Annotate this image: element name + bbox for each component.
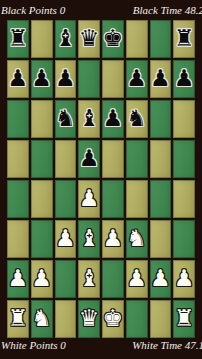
white-bishop[interactable]: ♝ — [79, 227, 100, 250]
square-b7[interactable]: ♟ — [31, 60, 53, 98]
square-d7[interactable] — [78, 60, 100, 98]
square-a8[interactable]: ♜ — [7, 20, 29, 58]
square-c2[interactable] — [55, 260, 77, 298]
square-h2[interactable]: ♟ — [173, 260, 195, 298]
square-g4[interactable] — [150, 180, 172, 218]
white-status-bar: White Points 0 White Time 47.1 — [0, 338, 202, 359]
square-f7[interactable]: ♟ — [126, 60, 148, 98]
square-d2[interactable]: ♝ — [78, 260, 100, 298]
square-a5[interactable] — [7, 140, 29, 178]
white-pawn[interactable]: ♟ — [79, 187, 100, 210]
square-b3[interactable] — [31, 220, 53, 258]
white-king[interactable]: ♚ — [103, 307, 124, 330]
square-a4[interactable] — [7, 180, 29, 218]
square-b6[interactable] — [31, 100, 53, 138]
chess-board[interactable]: ♜♝♛♚♜♟♟♟♟♟♟♞♝♟♞♟♟♟♝♟♞♟♟♝♟♟♟♜♞♛♚♜ — [7, 20, 195, 338]
square-g6[interactable] — [150, 100, 172, 138]
black-pawn[interactable]: ♟ — [174, 67, 195, 90]
black-queen[interactable]: ♛ — [79, 27, 100, 50]
square-f8[interactable] — [126, 20, 148, 58]
square-d4[interactable]: ♟ — [78, 180, 100, 218]
white-queen[interactable]: ♛ — [79, 307, 100, 330]
square-c7[interactable]: ♟ — [55, 60, 77, 98]
black-pawn[interactable]: ♟ — [150, 67, 171, 90]
square-b5[interactable] — [31, 140, 53, 178]
square-h4[interactable] — [173, 180, 195, 218]
square-a3[interactable] — [7, 220, 29, 258]
square-f1[interactable] — [126, 300, 148, 338]
white-pawn[interactable]: ♟ — [8, 267, 29, 290]
square-e8[interactable]: ♚ — [102, 20, 124, 58]
square-c3[interactable]: ♟ — [55, 220, 77, 258]
black-status-bar: Black Points 0 Black Time 48.2 — [0, 0, 202, 20]
square-d1[interactable]: ♛ — [78, 300, 100, 338]
black-pawn[interactable]: ♟ — [8, 67, 29, 90]
black-pawn[interactable]: ♟ — [55, 67, 76, 90]
square-a7[interactable]: ♟ — [7, 60, 29, 98]
square-f5[interactable] — [126, 140, 148, 178]
white-bishop[interactable]: ♝ — [79, 267, 100, 290]
square-c5[interactable] — [55, 140, 77, 178]
black-pawn[interactable]: ♟ — [31, 67, 52, 90]
black-king[interactable]: ♚ — [103, 27, 124, 50]
square-f4[interactable] — [126, 180, 148, 218]
chess-app-window: Black Points 0 Black Time 48.2 ♜♝♛♚♜♟♟♟♟… — [0, 0, 202, 359]
black-rook[interactable]: ♜ — [174, 27, 195, 50]
square-h1[interactable]: ♜ — [173, 300, 195, 338]
square-g7[interactable]: ♟ — [150, 60, 172, 98]
white-pawn[interactable]: ♟ — [150, 267, 171, 290]
black-knight[interactable]: ♞ — [55, 107, 76, 130]
white-rook[interactable]: ♜ — [8, 307, 29, 330]
square-d5[interactable]: ♟ — [78, 140, 100, 178]
square-g3[interactable] — [150, 220, 172, 258]
black-knight[interactable]: ♞ — [126, 107, 147, 130]
square-d3[interactable]: ♝ — [78, 220, 100, 258]
square-d6[interactable]: ♝ — [78, 100, 100, 138]
white-rook[interactable]: ♜ — [174, 307, 195, 330]
black-pawn[interactable]: ♟ — [103, 107, 124, 130]
square-h5[interactable] — [173, 140, 195, 178]
white-pawn[interactable]: ♟ — [126, 267, 147, 290]
white-pawn[interactable]: ♟ — [55, 227, 76, 250]
square-g5[interactable] — [150, 140, 172, 178]
square-c6[interactable]: ♞ — [55, 100, 77, 138]
square-e7[interactable] — [102, 60, 124, 98]
square-b1[interactable]: ♞ — [31, 300, 53, 338]
square-b2[interactable]: ♟ — [31, 260, 53, 298]
square-b8[interactable] — [31, 20, 53, 58]
black-rook[interactable]: ♜ — [8, 27, 29, 50]
square-f3[interactable]: ♞ — [126, 220, 148, 258]
square-c8[interactable]: ♝ — [55, 20, 77, 58]
black-time-label: Black Time 48.2 — [133, 5, 202, 16]
square-e3[interactable]: ♟ — [102, 220, 124, 258]
square-e2[interactable] — [102, 260, 124, 298]
square-h3[interactable] — [173, 220, 195, 258]
black-pawn[interactable]: ♟ — [79, 147, 100, 170]
white-time-label: White Time 47.1 — [132, 340, 202, 351]
square-e4[interactable] — [102, 180, 124, 218]
square-c4[interactable] — [55, 180, 77, 218]
square-h8[interactable]: ♜ — [173, 20, 195, 58]
black-bishop[interactable]: ♝ — [79, 107, 100, 130]
square-a1[interactable]: ♜ — [7, 300, 29, 338]
white-knight[interactable]: ♞ — [126, 227, 147, 250]
square-h7[interactable]: ♟ — [173, 60, 195, 98]
square-a2[interactable]: ♟ — [7, 260, 29, 298]
square-f2[interactable]: ♟ — [126, 260, 148, 298]
white-points-label: White Points 0 — [1, 340, 66, 351]
square-b4[interactable] — [31, 180, 53, 218]
square-e5[interactable] — [102, 140, 124, 178]
square-g8[interactable] — [150, 20, 172, 58]
square-e6[interactable]: ♟ — [102, 100, 124, 138]
square-h6[interactable] — [173, 100, 195, 138]
black-pawn[interactable]: ♟ — [126, 67, 147, 90]
square-c1[interactable] — [55, 300, 77, 338]
white-pawn[interactable]: ♟ — [31, 267, 52, 290]
square-g2[interactable]: ♟ — [150, 260, 172, 298]
square-e1[interactable]: ♚ — [102, 300, 124, 338]
square-f6[interactable]: ♞ — [126, 100, 148, 138]
white-pawn[interactable]: ♟ — [103, 227, 124, 250]
square-a6[interactable] — [7, 100, 29, 138]
square-d8[interactable]: ♛ — [78, 20, 100, 58]
black-bishop[interactable]: ♝ — [55, 27, 76, 50]
square-g1[interactable] — [150, 300, 172, 338]
white-pawn[interactable]: ♟ — [174, 267, 195, 290]
black-points-label: Black Points 0 — [1, 5, 65, 16]
white-knight[interactable]: ♞ — [31, 307, 52, 330]
